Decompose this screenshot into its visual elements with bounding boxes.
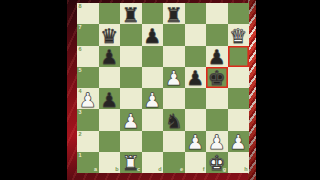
square-b1[interactable]: b [99,152,121,173]
file-label-h: h [244,167,247,173]
square-b5[interactable] [99,67,121,88]
rank-label-5: 5 [79,68,82,74]
square-c7[interactable] [120,24,142,45]
video-frame: 8♜♜7♛♟♛6♟♟5♟♟♚4♟♟♟3♟♞2♟♟♟1abc♜defg♚h [0,0,320,180]
white-queen: ♛ [229,25,247,45]
white-pawn: ♟ [229,132,247,152]
striped-backdrop-edge [248,0,256,180]
square-e4[interactable] [163,88,185,109]
square-e6[interactable] [163,46,185,67]
square-h2[interactable]: ♟ [228,131,250,152]
square-g6[interactable]: ♟ [206,46,228,67]
black-pawn: ♟ [208,47,226,67]
square-f7[interactable] [185,24,207,45]
square-a4[interactable]: 4♟ [77,88,99,109]
square-e5[interactable]: ♟ [163,67,185,88]
square-d1[interactable]: d [142,152,164,173]
square-f4[interactable] [185,88,207,109]
square-a7[interactable]: 7 [77,24,99,45]
square-h6[interactable] [228,46,250,67]
square-g4[interactable] [206,88,228,109]
square-a6[interactable]: 6 [77,46,99,67]
square-c2[interactable] [120,131,142,152]
square-a3[interactable]: 3 [77,109,99,130]
square-d8[interactable] [142,3,164,24]
rank-label-2: 2 [79,132,82,138]
square-f3[interactable] [185,109,207,130]
square-a8[interactable]: 8 [77,3,99,24]
file-label-g: g [223,167,226,173]
square-h5[interactable] [228,67,250,88]
square-h4[interactable] [228,88,250,109]
black-king: ♚ [208,68,226,88]
square-c5[interactable] [120,67,142,88]
square-c4[interactable] [120,88,142,109]
square-e1[interactable]: e [163,152,185,173]
rank-label-3: 3 [79,110,82,116]
square-e2[interactable] [163,131,185,152]
file-label-b: b [115,167,118,173]
letterbox-right [256,0,320,180]
square-g8[interactable] [206,3,228,24]
square-f6[interactable] [185,46,207,67]
square-g2[interactable]: ♟ [206,131,228,152]
square-d5[interactable] [142,67,164,88]
square-c3[interactable]: ♟ [120,109,142,130]
square-d3[interactable] [142,109,164,130]
black-queen: ♛ [100,25,118,45]
file-label-c: c [137,167,140,173]
square-a2[interactable]: 2 [77,131,99,152]
square-f2[interactable]: ♟ [185,131,207,152]
square-c6[interactable] [120,46,142,67]
file-label-a: a [94,167,97,173]
black-pawn: ♟ [100,47,118,67]
black-rook: ♜ [165,4,183,24]
square-h7[interactable]: ♛ [228,24,250,45]
file-label-d: d [158,167,161,173]
square-e3[interactable]: ♞ [163,109,185,130]
file-label-f: f [203,167,205,173]
file-label-e: e [180,167,183,173]
white-pawn: ♟ [186,132,204,152]
square-d2[interactable] [142,131,164,152]
square-b8[interactable] [99,3,121,24]
square-e7[interactable] [163,24,185,45]
square-f8[interactable] [185,3,207,24]
square-b2[interactable] [99,131,121,152]
square-g5[interactable]: ♚ [206,67,228,88]
square-b7[interactable]: ♛ [99,24,121,45]
square-g7[interactable] [206,24,228,45]
square-d7[interactable]: ♟ [142,24,164,45]
rank-label-1: 1 [79,153,82,159]
square-b6[interactable]: ♟ [99,46,121,67]
square-e8[interactable]: ♜ [163,3,185,24]
white-pawn: ♟ [122,110,140,130]
square-g3[interactable] [206,109,228,130]
square-h8[interactable] [228,3,250,24]
square-d4[interactable]: ♟ [142,88,164,109]
black-pawn: ♟ [186,68,204,88]
square-f5[interactable]: ♟ [185,67,207,88]
black-pawn: ♟ [100,89,118,109]
white-pawn: ♟ [143,89,161,109]
square-f1[interactable]: f [185,152,207,173]
rank-label-8: 8 [79,4,82,10]
rank-label-7: 7 [79,25,82,31]
rank-label-6: 6 [79,47,82,53]
square-b4[interactable]: ♟ [99,88,121,109]
square-h3[interactable] [228,109,250,130]
rank-label-4: 4 [79,89,82,95]
chess-board: 8♜♜7♛♟♛6♟♟5♟♟♚4♟♟♟3♟♞2♟♟♟1abc♜defg♚h [77,3,249,173]
square-g1[interactable]: g♚ [206,152,228,173]
black-knight: ♞ [165,110,183,130]
square-b3[interactable] [99,109,121,130]
black-rook: ♜ [122,4,140,24]
square-a5[interactable]: 5 [77,67,99,88]
square-h1[interactable]: h [228,152,250,173]
square-d6[interactable] [142,46,164,67]
square-c8[interactable]: ♜ [120,3,142,24]
letterbox-left [0,0,67,180]
white-pawn: ♟ [165,68,183,88]
square-a1[interactable]: 1a [77,152,99,173]
square-c1[interactable]: c♜ [120,152,142,173]
black-pawn: ♟ [143,25,161,45]
white-pawn: ♟ [208,132,226,152]
